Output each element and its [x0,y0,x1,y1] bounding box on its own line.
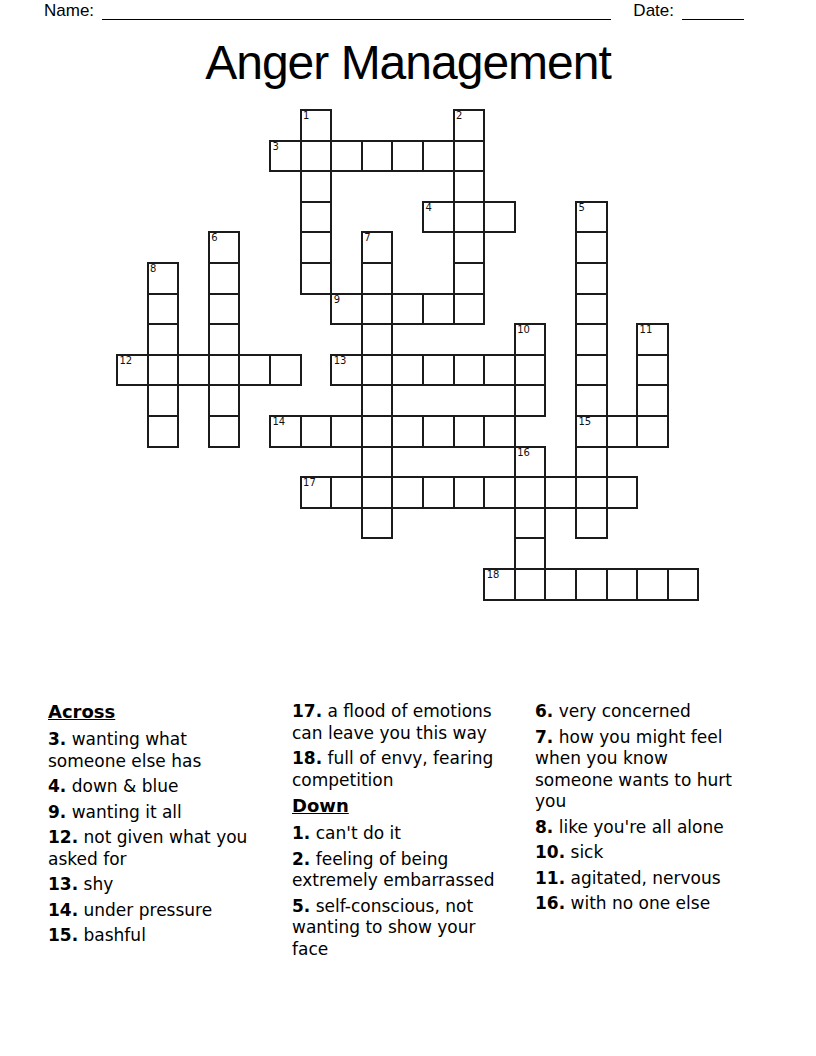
cell-number: 4 [425,203,431,213]
clue-number: 6. [535,701,553,721]
clue-column: 17. a flood of emotions can leave you th… [292,701,535,964]
grid-cell[interactable]: 16 [515,447,546,478]
clue-text: a flood of emotions can leave you this w… [292,701,492,743]
clue-text: agitated, nervous [565,868,720,888]
grid-cell[interactable] [209,385,240,416]
grid-cell[interactable] [637,569,668,600]
grid-cell[interactable]: 15 [576,416,607,447]
grid-cell[interactable] [576,447,607,478]
grid-cell[interactable] [515,538,546,569]
grid-cell[interactable] [209,324,240,355]
grid-cell[interactable]: 12 [117,355,148,386]
grid-cell[interactable]: 5 [576,202,607,233]
grid-cell[interactable] [576,324,607,355]
clue-number: 9. [48,802,66,822]
grid-cell[interactable] [423,477,454,508]
grid-cell[interactable] [423,141,454,172]
grid-cell[interactable] [362,141,393,172]
grid-cell[interactable] [392,416,423,447]
clue-number: 1. [292,823,310,843]
clue-text: with no one else [565,893,710,913]
grid-cell[interactable] [545,569,576,600]
grid-cell[interactable] [576,294,607,325]
grid-cell[interactable] [454,477,485,508]
grid-cell[interactable] [362,355,393,386]
grid-cell[interactable] [392,141,423,172]
grid-cell[interactable] [576,355,607,386]
clue-number: 12. [48,827,78,847]
grid-cell[interactable] [362,294,393,325]
grid-cell[interactable] [362,508,393,539]
grid-cell[interactable] [209,263,240,294]
cell-number: 7 [364,233,370,243]
grid-cell[interactable] [331,141,362,172]
clue-number: 11. [535,868,565,888]
cell-number: 12 [120,356,133,366]
grid-cell[interactable]: 3 [270,141,301,172]
grid-cell[interactable] [423,355,454,386]
clue-heading-across: Across [48,701,292,722]
clue-number: 3. [48,729,66,749]
clue-item: 2. feeling of being extremely embarrasse… [292,849,535,892]
grid-cell[interactable] [607,416,638,447]
clue-item: 18. full of envy, fearing competition [292,748,535,791]
grid-cell[interactable]: 18 [484,569,515,600]
date-label: Date: [633,2,674,20]
clue-text: wanting what someone else has [48,729,201,771]
clue-text: self-conscious, not wanting to show your… [292,896,476,959]
cell-number: 6 [211,233,217,243]
clue-item: 4. down & blue [48,776,292,798]
clue-item: 9. wanting it all [48,802,292,824]
grid-cell[interactable]: 10 [515,324,546,355]
grid-cell[interactable] [515,385,546,416]
cell-number: 14 [272,417,285,427]
clue-column: 6. very concerned7. how you might feel w… [535,701,770,964]
cell-number: 18 [487,570,500,580]
clue-text: feeling of being extremely embarrassed [292,849,494,891]
grid-cell[interactable] [148,294,179,325]
grid-cell[interactable] [423,416,454,447]
grid-cell[interactable] [301,202,332,233]
grid-cell[interactable] [301,263,332,294]
cell-number: 5 [578,203,584,213]
clue-text: very concerned [553,701,690,721]
grid-cell[interactable] [576,508,607,539]
cell-number: 13 [334,356,347,366]
grid-cell[interactable] [331,416,362,447]
grid-cell[interactable] [484,477,515,508]
page-title: Anger Management [0,34,816,92]
clue-number: 15. [48,925,78,945]
cell-number: 16 [517,448,530,458]
grid-cell[interactable] [454,355,485,386]
clue-text: can't do it [310,823,401,843]
grid-cell[interactable] [362,416,393,447]
clue-number: 13. [48,874,78,894]
clue-text: not given what you asked for [48,827,247,869]
clue-number: 4. [48,776,66,796]
clue-item: 12. not given what you asked for [48,827,292,870]
cell-number: 3 [272,142,278,152]
cell-number: 1 [303,111,309,121]
clue-item: 17. a flood of emotions can leave you th… [292,701,535,744]
cell-number: 2 [456,111,462,121]
clue-item: 5. self-conscious, not wanting to show y… [292,896,535,961]
grid-cell[interactable] [637,385,668,416]
date-write-line[interactable] [682,3,744,20]
clue-item: 13. shy [48,874,292,896]
grid-cell[interactable]: 4 [423,202,454,233]
grid-cell[interactable] [301,232,332,263]
clue-text: how you might feel when you know someone… [535,727,732,812]
clue-item: 1. can't do it [292,823,535,845]
clue-number: 7. [535,727,553,747]
grid-cell[interactable] [148,355,179,386]
grid-cell[interactable]: 13 [331,355,362,386]
grid-cell[interactable] [239,355,270,386]
grid-cell[interactable] [362,447,393,478]
grid-cell[interactable] [668,569,699,600]
clue-text: under pressure [78,900,212,920]
grid-cell[interactable] [362,385,393,416]
grid-cell[interactable] [423,294,454,325]
grid-cell[interactable] [454,141,485,172]
grid-cell[interactable] [148,385,179,416]
clue-item: 16. with no one else [535,893,770,915]
grid-cell[interactable] [637,355,668,386]
grid-cell[interactable] [637,416,668,447]
grid-cell[interactable] [607,477,638,508]
grid-cell[interactable] [392,477,423,508]
name-label: Name: [44,2,94,20]
clue-number: 2. [292,849,310,869]
cell-number: 10 [517,325,530,335]
grid-cell[interactable] [545,477,576,508]
grid-cell[interactable] [515,569,546,600]
grid-cell[interactable]: 8 [148,263,179,294]
grid-cell[interactable] [392,294,423,325]
cell-number: 15 [578,417,591,427]
clue-number: 8. [535,817,553,837]
grid-cell[interactable] [454,263,485,294]
grid-cell[interactable] [362,477,393,508]
grid-cell[interactable]: 7 [362,232,393,263]
grid-cell[interactable] [607,569,638,600]
grid-cell[interactable] [392,355,423,386]
grid-cell[interactable] [454,171,485,202]
clue-number: 10. [535,842,565,862]
clue-item: 3. wanting what someone else has [48,729,292,772]
grid-cell[interactable] [362,263,393,294]
grid-cell[interactable] [178,355,209,386]
clues-section: Across3. wanting what someone else has4.… [48,701,770,964]
grid-cell[interactable] [454,294,485,325]
grid-cell[interactable] [484,355,515,386]
clue-heading-down: Down [292,795,535,816]
crossword-grid: 123456789101112131415161718 [117,110,698,600]
clue-item: 6. very concerned [535,701,770,723]
grid-cell[interactable] [484,416,515,447]
clue-number: 14. [48,900,78,920]
header-row: Name: Date: [44,2,744,20]
grid-cell[interactable] [209,355,240,386]
clue-column: Across3. wanting what someone else has4.… [48,701,292,964]
grid-cell[interactable] [576,232,607,263]
grid-cell[interactable] [362,324,393,355]
grid-cell[interactable] [209,416,240,447]
clue-item: 11. agitated, nervous [535,868,770,890]
name-write-line[interactable] [102,3,611,20]
grid-cell[interactable] [576,569,607,600]
clue-item: 14. under pressure [48,900,292,922]
clue-number: 17. [292,701,322,721]
grid-cell[interactable] [484,202,515,233]
clue-item: 10. sick [535,842,770,864]
grid-cell[interactable] [454,232,485,263]
grid-cell[interactable]: 14 [270,416,301,447]
grid-cell[interactable] [515,508,546,539]
cell-number: 8 [150,264,156,274]
clue-text: like you're all alone [553,817,723,837]
grid-cell[interactable]: 9 [331,294,362,325]
grid-cell[interactable] [454,416,485,447]
grid-cell[interactable] [270,355,301,386]
worksheet-page: Name: Date: Anger Management 12345678910… [0,0,816,1056]
grid-cell[interactable] [209,294,240,325]
grid-cell[interactable] [576,477,607,508]
clue-text: sick [565,842,603,862]
grid-cell[interactable] [576,263,607,294]
grid-cell[interactable] [148,324,179,355]
clue-number: 16. [535,893,565,913]
grid-cell[interactable] [515,355,546,386]
clue-number: 5. [292,896,310,916]
clue-text: shy [78,874,113,894]
clue-text: full of envy, fearing competition [292,748,493,790]
grid-cell[interactable]: 11 [637,324,668,355]
grid-cell[interactable]: 6 [209,232,240,263]
clue-text: bashful [78,925,146,945]
grid-cell[interactable]: 2 [454,110,485,141]
cell-number: 17 [303,478,316,488]
clue-text: wanting it all [66,802,182,822]
grid-cell[interactable] [301,171,332,202]
grid-cell[interactable] [301,141,332,172]
grid-cell[interactable] [331,477,362,508]
grid-cell[interactable] [515,477,546,508]
grid-cell[interactable] [148,416,179,447]
grid-cell[interactable]: 17 [301,477,332,508]
clue-item: 15. bashful [48,925,292,947]
clue-item: 8. like you're all alone [535,817,770,839]
cell-number: 11 [640,325,653,335]
grid-cell[interactable] [301,416,332,447]
clue-text: down & blue [66,776,178,796]
clue-number: 18. [292,748,322,768]
grid-cell[interactable] [576,385,607,416]
grid-cell[interactable]: 1 [301,110,332,141]
cell-number: 9 [334,295,340,305]
grid-cell[interactable] [454,202,485,233]
clue-item: 7. how you might feel when you know some… [535,727,770,813]
